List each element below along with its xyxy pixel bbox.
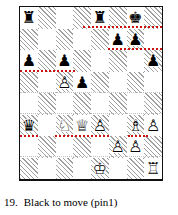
square-h7[interactable]: [144, 29, 162, 51]
square-b7[interactable]: [38, 29, 56, 51]
chess-board: ♜♜♚♟♟♟♟♟♟♙♟♛♞♘♛♕♟♙♝♗♟♙♟♙♟♙♚♔♜♖: [19, 6, 163, 181]
square-b3[interactable]: [38, 115, 56, 137]
square-d1[interactable]: [73, 158, 91, 180]
square-f2[interactable]: ♟♙: [109, 136, 127, 158]
black-pawn: ♟: [144, 50, 162, 72]
square-g5[interactable]: [127, 72, 145, 94]
red-squiggle-c3-e3: [55, 135, 109, 137]
square-f1[interactable]: [109, 158, 127, 180]
square-d3[interactable]: ♛♕: [73, 115, 91, 137]
square-c3[interactable]: ♞♘: [56, 115, 74, 137]
square-h2[interactable]: [144, 136, 162, 158]
square-g4[interactable]: [127, 93, 145, 115]
square-d4[interactable]: [73, 93, 91, 115]
square-f7[interactable]: ♟: [109, 29, 127, 51]
square-g3[interactable]: ♝♗: [127, 115, 145, 137]
square-e6[interactable]: [91, 50, 109, 72]
black-pawn: ♟: [73, 72, 91, 94]
square-e1[interactable]: ♚♔: [91, 158, 109, 180]
square-a2[interactable]: [20, 136, 38, 158]
square-c1[interactable]: [56, 158, 74, 180]
square-f5[interactable]: [109, 72, 127, 94]
square-d7[interactable]: [73, 29, 91, 51]
square-e7[interactable]: [91, 29, 109, 51]
white-rook: ♖: [144, 158, 162, 180]
square-h3[interactable]: ♟♙: [144, 115, 162, 137]
black-pawn: ♟: [20, 50, 38, 72]
red-squiggle-g3: [128, 135, 148, 137]
square-c7[interactable]: [56, 29, 74, 51]
square-g2[interactable]: ♟♙: [127, 136, 145, 158]
black-pawn: ♟: [109, 29, 127, 51]
square-f3[interactable]: [109, 115, 127, 137]
square-b5[interactable]: [38, 72, 56, 94]
square-g1[interactable]: [127, 158, 145, 180]
gray-dotted-line-1: [20, 113, 162, 114]
square-c4[interactable]: [56, 93, 74, 115]
square-g7[interactable]: ♟: [127, 29, 145, 51]
black-pawn: ♟: [56, 50, 74, 72]
square-a7[interactable]: [20, 29, 38, 51]
square-c6[interactable]: ♟: [56, 50, 74, 72]
white-king: ♔: [91, 158, 109, 180]
white-knight: ♘: [56, 115, 74, 137]
white-pawn: ♙: [144, 115, 162, 137]
square-e4[interactable]: [91, 93, 109, 115]
square-g6[interactable]: [127, 50, 145, 72]
gray-dotted-line-0: [20, 92, 162, 93]
square-c8[interactable]: [56, 7, 74, 29]
square-e5[interactable]: [91, 72, 109, 94]
square-b1[interactable]: [38, 158, 56, 180]
square-b2[interactable]: [38, 136, 56, 158]
white-pawn: ♙: [127, 136, 145, 158]
diagram-frame: ♜♜♚♟♟♟♟♟♟♙♟♛♞♘♛♕♟♙♝♗♟♙♟♙♟♙♚♔♜♖ 19.Black …: [0, 0, 178, 215]
caption-number: 19.: [4, 196, 18, 208]
black-rook: ♜: [20, 7, 38, 29]
white-pawn: ♙: [91, 115, 109, 137]
gray-dotted-line-2: [20, 156, 162, 157]
black-pawn: ♟: [127, 29, 145, 51]
square-a4[interactable]: [20, 93, 38, 115]
square-a8[interactable]: ♜: [20, 7, 38, 29]
square-b4[interactable]: [38, 93, 56, 115]
square-a5[interactable]: [20, 72, 38, 94]
white-pawn: ♙: [56, 72, 74, 94]
square-h1[interactable]: ♜♖: [144, 158, 162, 180]
square-d5[interactable]: ♟: [73, 72, 91, 94]
square-a6[interactable]: ♟: [20, 50, 38, 72]
red-squiggle-rank6-a6-c6: [20, 70, 75, 72]
black-queen: ♛: [20, 115, 38, 137]
square-h5[interactable]: [144, 72, 162, 94]
square-a3[interactable]: ♛: [20, 115, 38, 137]
square-b6[interactable]: [38, 50, 56, 72]
square-e2[interactable]: [91, 136, 109, 158]
square-e3[interactable]: ♟♙: [91, 115, 109, 137]
white-queen: ♕: [73, 115, 91, 137]
square-c2[interactable]: [56, 136, 74, 158]
square-a1[interactable]: [20, 158, 38, 180]
square-d6[interactable]: [73, 50, 91, 72]
square-b8[interactable]: [38, 7, 56, 29]
white-pawn: ♙: [109, 136, 127, 158]
square-f6[interactable]: [109, 50, 127, 72]
square-d2[interactable]: [73, 136, 91, 158]
diagram-caption: 19.Black to move (pin1): [4, 196, 118, 208]
square-h4[interactable]: [144, 93, 162, 115]
red-squiggle-rank8-e8-h8: [83, 26, 162, 28]
red-squiggle-rank7-f7-h7: [108, 48, 162, 50]
square-c5[interactable]: ♟♙: [56, 72, 74, 94]
square-f4[interactable]: [109, 93, 127, 115]
caption-text: Black to move (pin1): [24, 196, 118, 208]
white-bishop: ♗: [127, 115, 145, 137]
red-squiggle-a3: [20, 135, 38, 137]
square-h6[interactable]: ♟: [144, 50, 162, 72]
